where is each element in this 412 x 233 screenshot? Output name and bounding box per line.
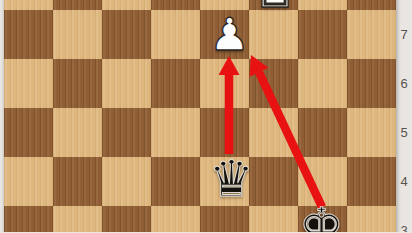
square-g6[interactable]	[298, 59, 347, 108]
square-c6[interactable]	[102, 59, 151, 108]
square-f5[interactable]	[249, 108, 298, 157]
square-g8[interactable]	[298, 0, 347, 10]
square-h6[interactable]	[347, 59, 396, 108]
black-queen-e4[interactable]: ♛	[207, 155, 256, 204]
square-f3[interactable]	[249, 206, 298, 232]
square-b6[interactable]	[53, 59, 102, 108]
rank-label-6: 6	[396, 76, 412, 92]
square-h4[interactable]	[347, 157, 396, 206]
black-king-g3[interactable]: ♚	[297, 202, 346, 232]
chess-board-viewport: ♚♟♛♚ 76543	[0, 0, 412, 232]
square-a4[interactable]	[4, 157, 53, 206]
square-f4[interactable]	[249, 157, 298, 206]
square-b8[interactable]	[53, 0, 102, 10]
square-g7[interactable]	[298, 10, 347, 59]
square-d7[interactable]	[151, 10, 200, 59]
square-h5[interactable]	[347, 108, 396, 157]
square-h7[interactable]	[347, 10, 396, 59]
rank-label-5: 5	[396, 125, 412, 141]
square-d6[interactable]	[151, 59, 200, 108]
square-g5[interactable]	[298, 108, 347, 157]
rank-label-4: 4	[396, 174, 412, 190]
square-d3[interactable]	[151, 206, 200, 232]
square-c4[interactable]	[102, 157, 151, 206]
square-c8[interactable]	[102, 0, 151, 10]
square-d4[interactable]	[151, 157, 200, 206]
white-pawn-e7[interactable]: ♟	[205, 10, 254, 59]
square-a5[interactable]	[4, 108, 53, 157]
square-b3[interactable]	[53, 206, 102, 232]
square-e6[interactable]	[200, 59, 249, 108]
square-a8[interactable]	[4, 0, 53, 10]
square-d8[interactable]	[151, 0, 200, 10]
square-c7[interactable]	[102, 10, 151, 59]
square-h8[interactable]	[347, 0, 396, 10]
square-c5[interactable]	[102, 108, 151, 157]
rank-label-3: 3	[396, 223, 412, 233]
square-h3[interactable]	[347, 206, 396, 232]
square-b7[interactable]	[53, 10, 102, 59]
square-c3[interactable]	[102, 206, 151, 232]
square-a3[interactable]	[4, 206, 53, 232]
square-a6[interactable]	[4, 59, 53, 108]
square-a7[interactable]	[4, 10, 53, 59]
white-king-f8[interactable]: ♚	[249, 0, 298, 12]
square-f6[interactable]	[249, 59, 298, 108]
rank-label-7: 7	[396, 27, 412, 43]
square-e3[interactable]	[200, 206, 249, 232]
square-b5[interactable]	[53, 108, 102, 157]
square-d5[interactable]	[151, 108, 200, 157]
square-b4[interactable]	[53, 157, 102, 206]
